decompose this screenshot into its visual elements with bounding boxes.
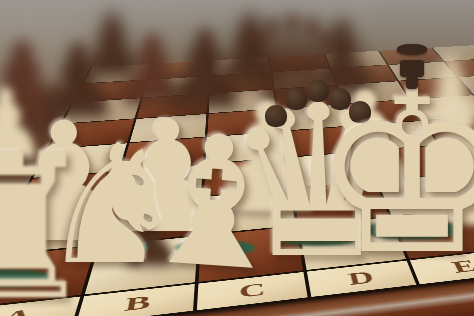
board-square [392, 208, 474, 258]
board-square [411, 95, 474, 120]
chess-photo-scene: ABCDEFGH ♟♟♟♟♟♟♛♟♟ ♟♟♟♟♟♟♟♞♝♛♚♜ Close-up… [0, 0, 474, 316]
